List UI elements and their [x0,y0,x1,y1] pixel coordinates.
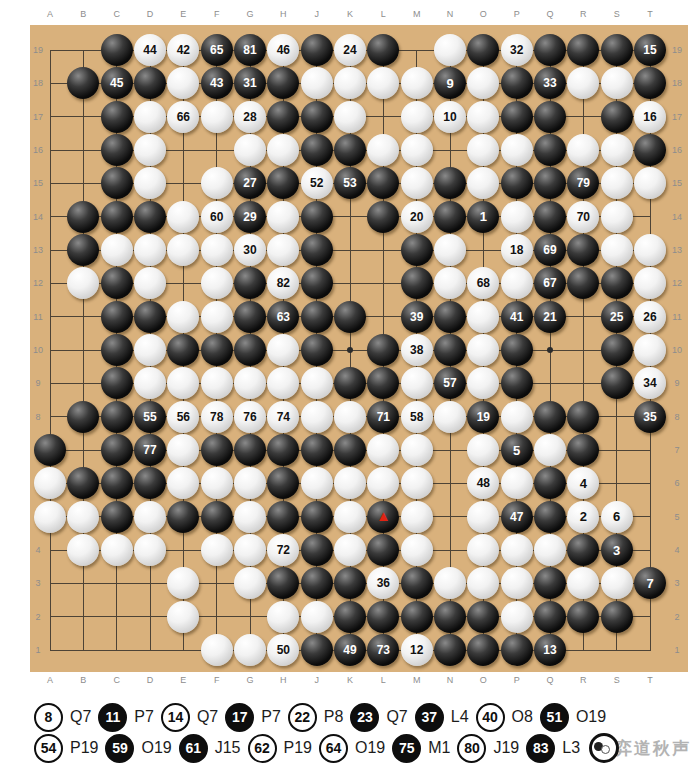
go-stone-F8[interactable]: 78 [201,401,233,433]
go-stone-M4[interactable] [401,534,433,566]
go-stone-K1[interactable]: 49 [334,634,366,666]
go-stone-R8[interactable] [567,401,599,433]
go-stone-K15[interactable]: 53 [334,167,366,199]
go-stone-O9[interactable] [467,367,499,399]
go-stone-P6[interactable] [501,467,533,499]
go-stone-G14[interactable]: 29 [234,201,266,233]
go-stone-D15[interactable] [134,167,166,199]
go-stone-H10[interactable] [267,334,299,366]
go-stone-S13[interactable] [601,234,633,266]
go-stone-R18[interactable] [567,67,599,99]
go-stone-K5[interactable] [334,501,366,533]
go-stone-C17[interactable] [101,101,133,133]
go-stone-H12[interactable]: 82 [267,267,299,299]
go-stone-T12[interactable] [634,267,666,299]
go-stone-P16[interactable] [501,134,533,166]
go-stone-H2[interactable] [267,601,299,633]
go-stone-Q18[interactable]: 33 [534,67,566,99]
go-stone-O1[interactable] [467,634,499,666]
go-stone-N15[interactable] [434,167,466,199]
go-stone-G18[interactable]: 31 [234,67,266,99]
go-stone-O3[interactable] [467,567,499,599]
go-stone-G6[interactable] [234,467,266,499]
go-stone-M14[interactable]: 20 [401,201,433,233]
go-stone-O18[interactable] [467,67,499,99]
go-stone-S19[interactable] [601,34,633,66]
go-stone-F7[interactable] [201,434,233,466]
go-stone-F4[interactable] [201,534,233,566]
go-stone-D16[interactable] [134,134,166,166]
go-stone-K17[interactable] [334,101,366,133]
go-stone-P9[interactable] [501,367,533,399]
go-stone-T17[interactable]: 16 [634,101,666,133]
go-stone-B13[interactable] [67,234,99,266]
go-stone-M9[interactable] [401,367,433,399]
go-stone-T16[interactable] [634,134,666,166]
go-stone-F14[interactable]: 60 [201,201,233,233]
go-stone-R7[interactable] [567,434,599,466]
go-stone-L16[interactable] [367,134,399,166]
go-stone-H18[interactable] [267,67,299,99]
go-stone-H1[interactable]: 50 [267,634,299,666]
go-stone-H15[interactable] [267,167,299,199]
move-number: 19 [477,411,490,423]
go-stone-L1[interactable]: 73 [367,634,399,666]
go-stone-M12[interactable] [401,267,433,299]
go-stone-T11[interactable]: 26 [634,301,666,333]
go-stone-A6[interactable] [34,467,66,499]
move-number: 35 [643,411,656,423]
go-stone-N13[interactable] [434,234,466,266]
go-stone-F15[interactable] [201,167,233,199]
go-stone-O17[interactable] [467,101,499,133]
go-stone-L15[interactable] [367,167,399,199]
go-stone-D8[interactable]: 55 [134,401,166,433]
go-stone-O4[interactable] [467,534,499,566]
go-stone-L6[interactable] [367,467,399,499]
go-stone-L10[interactable] [367,334,399,366]
go-stone-J8[interactable] [301,401,333,433]
go-stone-F5[interactable] [201,501,233,533]
go-stone-S17[interactable] [601,101,633,133]
go-stone-N10[interactable] [434,334,466,366]
go-stone-O2[interactable] [467,601,499,633]
go-stone-K8[interactable] [334,401,366,433]
go-stone-O11[interactable] [467,301,499,333]
watermark-text: 弈道秋声 [615,737,691,760]
go-stone-F13[interactable] [201,234,233,266]
go-stone-P19[interactable]: 32 [501,34,533,66]
go-stone-B14[interactable] [67,201,99,233]
go-stone-F9[interactable] [201,367,233,399]
go-stone-E2[interactable] [167,601,199,633]
go-stone-Q14[interactable] [534,201,566,233]
go-stone-H11[interactable]: 63 [267,301,299,333]
go-stone-D4[interactable] [134,534,166,566]
go-stone-K16[interactable] [334,134,366,166]
go-stone-L3[interactable]: 36 [367,567,399,599]
go-stone-K9[interactable] [334,367,366,399]
go-stone-E19[interactable]: 42 [167,34,199,66]
go-stone-L9[interactable] [367,367,399,399]
go-stone-F18[interactable]: 43 [201,67,233,99]
go-stone-J12[interactable] [301,267,333,299]
go-stone-F6[interactable] [201,467,233,499]
go-stone-N3[interactable] [434,567,466,599]
go-stone-J13[interactable] [301,234,333,266]
column-label-bottom: T [647,675,653,685]
go-stone-L14[interactable] [367,201,399,233]
go-stone-L4[interactable] [367,534,399,566]
go-stone-P3[interactable] [501,567,533,599]
go-stone-M15[interactable] [401,167,433,199]
go-stone-M1[interactable]: 12 [401,634,433,666]
go-stone-T19[interactable]: 15 [634,34,666,66]
go-stone-G9[interactable] [234,367,266,399]
go-stone-E11[interactable] [167,301,199,333]
go-stone-Q11[interactable]: 21 [534,301,566,333]
go-stone-R2[interactable] [567,601,599,633]
go-stone-M16[interactable] [401,134,433,166]
go-stone-D18[interactable] [134,67,166,99]
go-stone-C8[interactable] [101,401,133,433]
go-stone-C10[interactable] [101,334,133,366]
go-stone-L2[interactable] [367,601,399,633]
go-stone-P12[interactable] [501,267,533,299]
go-stone-R14[interactable]: 70 [567,201,599,233]
go-stone-J2[interactable] [301,601,333,633]
go-stone-O16[interactable] [467,134,499,166]
go-stone-K6[interactable] [334,467,366,499]
go-stone-N2[interactable] [434,601,466,633]
go-stone-T10[interactable] [634,334,666,366]
go-stone-Q1[interactable]: 13 [534,634,566,666]
go-stone-Q15[interactable] [534,167,566,199]
go-stone-H9[interactable] [267,367,299,399]
go-stone-D6[interactable] [134,467,166,499]
go-stone-F10[interactable] [201,334,233,366]
go-stone-S11[interactable]: 25 [601,301,633,333]
go-stone-B8[interactable] [67,401,99,433]
go-stone-K4[interactable] [334,534,366,566]
go-stone-G5[interactable] [234,501,266,533]
go-stone-G1[interactable] [234,634,266,666]
go-stone-S3[interactable] [601,567,633,599]
go-stone-R6[interactable]: 4 [567,467,599,499]
go-stone-C6[interactable] [101,467,133,499]
go-stone-E3[interactable] [167,567,199,599]
go-stone-F19[interactable]: 65 [201,34,233,66]
go-stone-Q2[interactable] [534,601,566,633]
go-stone-F1[interactable] [201,634,233,666]
go-stone-H4[interactable]: 72 [267,534,299,566]
go-stone-G19[interactable]: 81 [234,34,266,66]
go-stone-J10[interactable] [301,334,333,366]
go-stone-D13[interactable] [134,234,166,266]
go-stone-O12[interactable]: 68 [467,267,499,299]
go-stone-M8[interactable]: 58 [401,401,433,433]
go-stone-Q7[interactable] [534,434,566,466]
go-stone-E18[interactable] [167,67,199,99]
go-stone-R4[interactable] [567,534,599,566]
go-stone-P10[interactable] [501,334,533,366]
go-stone-K7[interactable] [334,434,366,466]
go-stone-B12[interactable] [67,267,99,299]
go-stone-R19[interactable] [567,34,599,66]
go-stone-S16[interactable] [601,134,633,166]
move-number: 12 [410,644,423,656]
go-stone-C15[interactable] [101,167,133,199]
go-stone-T18[interactable] [634,67,666,99]
go-stone-H7[interactable] [267,434,299,466]
go-stone-E7[interactable] [167,434,199,466]
go-stone-Q16[interactable] [534,134,566,166]
go-stone-J3[interactable] [301,567,333,599]
go-stone-Q6[interactable] [534,467,566,499]
go-stone-D11[interactable] [134,301,166,333]
go-stone-O19[interactable] [467,34,499,66]
go-stone-H5[interactable] [267,501,299,533]
go-stone-R13[interactable] [567,234,599,266]
go-stone-J16[interactable] [301,134,333,166]
go-stone-N9[interactable]: 57 [434,367,466,399]
go-stone-H6[interactable] [267,467,299,499]
go-stone-P15[interactable] [501,167,533,199]
go-stone-J6[interactable] [301,467,333,499]
go-stone-N17[interactable]: 10 [434,101,466,133]
go-stone-S12[interactable] [601,267,633,299]
go-stone-Q13[interactable]: 69 [534,234,566,266]
go-stone-O15[interactable] [467,167,499,199]
go-stone-F12[interactable] [201,267,233,299]
go-stone-Q12[interactable]: 67 [534,267,566,299]
go-stone-P5[interactable]: 47 [501,501,533,533]
go-stone-G16[interactable] [234,134,266,166]
go-stone-R15[interactable]: 79 [567,167,599,199]
go-stone-C18[interactable]: 45 [101,67,133,99]
go-stone-Q8[interactable] [534,401,566,433]
go-stone-F11[interactable] [201,301,233,333]
row-label-left: 10 [33,345,43,355]
go-stone-D19[interactable]: 44 [134,34,166,66]
go-stone-O14[interactable]: 1 [467,201,499,233]
go-stone-M7[interactable] [401,434,433,466]
go-stone-N12[interactable] [434,267,466,299]
go-stone-C12[interactable] [101,267,133,299]
go-stone-H8[interactable]: 74 [267,401,299,433]
go-stone-P18[interactable] [501,67,533,99]
go-stone-H3[interactable] [267,567,299,599]
column-label-top: G [246,9,253,19]
go-stone-C5[interactable] [101,501,133,533]
go-stone-S9[interactable] [601,367,633,399]
go-stone-T15[interactable] [634,167,666,199]
go-stone-D12[interactable] [134,267,166,299]
go-stone-T9[interactable]: 34 [634,367,666,399]
go-stone-S18[interactable] [601,67,633,99]
go-stone-H16[interactable] [267,134,299,166]
go-stone-P4[interactable] [501,534,533,566]
go-stone-K19[interactable]: 24 [334,34,366,66]
go-stone-D9[interactable] [134,367,166,399]
go-stone-R12[interactable] [567,267,599,299]
go-stone-E10[interactable] [167,334,199,366]
go-stone-G15[interactable]: 27 [234,167,266,199]
go-stone-O6[interactable]: 48 [467,467,499,499]
go-stone-C19[interactable] [101,34,133,66]
go-stone-C14[interactable] [101,201,133,233]
go-stone-G11[interactable] [234,301,266,333]
caption-move-coordinate: P7 [134,708,154,726]
go-stone-H19[interactable]: 46 [267,34,299,66]
go-stone-S5[interactable]: 6 [601,501,633,533]
go-stone-L7[interactable] [367,434,399,466]
go-stone-L18[interactable] [367,67,399,99]
go-stone-Q5[interactable] [534,501,566,533]
go-stone-T3[interactable]: 7 [634,567,666,599]
go-stone-J18[interactable] [301,67,333,99]
go-stone-G10[interactable] [234,334,266,366]
go-stone-O7[interactable] [467,434,499,466]
go-stone-E8[interactable]: 56 [167,401,199,433]
go-stone-M10[interactable]: 38 [401,334,433,366]
go-stone-B18[interactable] [67,67,99,99]
go-stone-C4[interactable] [101,534,133,566]
go-stone-P8[interactable] [501,401,533,433]
go-stone-E17[interactable]: 66 [167,101,199,133]
go-stone-R5[interactable]: 2 [567,501,599,533]
go-stone-P13[interactable]: 18 [501,234,533,266]
go-stone-G7[interactable] [234,434,266,466]
go-stone-Q4[interactable] [534,534,566,566]
go-stone-C11[interactable] [101,301,133,333]
go-stone-D5[interactable] [134,501,166,533]
go-stone-G8[interactable]: 76 [234,401,266,433]
go-stone-J4[interactable] [301,534,333,566]
go-stone-G4[interactable] [234,534,266,566]
go-stone-N19[interactable] [434,34,466,66]
go-stone-R16[interactable] [567,134,599,166]
go-stone-A5[interactable] [34,501,66,533]
go-stone-D7[interactable]: 77 [134,434,166,466]
go-stone-F17[interactable] [201,101,233,133]
go-stone-G3[interactable] [234,567,266,599]
go-stone-E13[interactable] [167,234,199,266]
go-stone-J17[interactable] [301,101,333,133]
go-stone-P2[interactable] [501,601,533,633]
go-stone-J15[interactable]: 52 [301,167,333,199]
go-stone-N11[interactable] [434,301,466,333]
go-stone-S4[interactable]: 3 [601,534,633,566]
go-stone-Q17[interactable] [534,101,566,133]
go-stone-G17[interactable]: 28 [234,101,266,133]
go-stone-C7[interactable] [101,434,133,466]
go-stone-E14[interactable] [167,201,199,233]
go-stone-N18[interactable]: 9 [434,67,466,99]
go-stone-R3[interactable] [567,567,599,599]
go-stone-K11[interactable] [334,301,366,333]
go-stone-K18[interactable] [334,67,366,99]
go-stone-B5[interactable] [67,501,99,533]
move-number: 2 [580,510,587,523]
go-stone-C16[interactable] [101,134,133,166]
go-stone-K2[interactable] [334,601,366,633]
go-stone-M6[interactable] [401,467,433,499]
go-stone-S14[interactable] [601,201,633,233]
go-stone-T13[interactable] [634,234,666,266]
go-stone-O8[interactable]: 19 [467,401,499,433]
caption-move-number: 54 [34,734,63,763]
go-stone-M17[interactable] [401,101,433,133]
go-stone-J11[interactable] [301,301,333,333]
go-stone-L8[interactable]: 71 [367,401,399,433]
go-stone-B6[interactable] [67,467,99,499]
go-stone-N8[interactable] [434,401,466,433]
go-stone-P11[interactable]: 41 [501,301,533,333]
go-stone-M2[interactable] [401,601,433,633]
go-stone-J1[interactable] [301,634,333,666]
go-stone-M5[interactable] [401,501,433,533]
go-stone-E9[interactable] [167,367,199,399]
go-stone-G13[interactable]: 30 [234,234,266,266]
go-stone-H14[interactable] [267,201,299,233]
go-stone-P1[interactable] [501,634,533,666]
go-stone-Q19[interactable] [534,34,566,66]
go-stone-T8[interactable]: 35 [634,401,666,433]
go-stone-S15[interactable] [601,167,633,199]
go-stone-M3[interactable] [401,567,433,599]
go-stone-Q3[interactable] [534,567,566,599]
go-stone-D14[interactable] [134,201,166,233]
go-stone-J14[interactable] [301,201,333,233]
go-stone-M13[interactable] [401,234,433,266]
go-stone-A7[interactable] [34,434,66,466]
go-stone-P7[interactable]: 5 [501,434,533,466]
go-stone-H17[interactable] [267,101,299,133]
go-stone-N14[interactable] [434,201,466,233]
go-stone-K3[interactable] [334,567,366,599]
go-stone-L19[interactable] [367,34,399,66]
caption-move: 17P7 [225,703,281,732]
go-stone-P17[interactable] [501,101,533,133]
go-stone-H13[interactable] [267,234,299,266]
go-stone-D10[interactable] [134,334,166,366]
go-stone-O5[interactable] [467,501,499,533]
go-stone-J7[interactable] [301,434,333,466]
move-number: 16 [643,111,656,123]
move-number: 5 [513,444,520,457]
go-stone-O10[interactable] [467,334,499,366]
go-stone-J9[interactable] [301,367,333,399]
column-label-bottom: L [381,675,386,685]
go-stone-P14[interactable] [501,201,533,233]
go-stone-D17[interactable] [134,101,166,133]
go-stone-S2[interactable] [601,601,633,633]
go-stone-S10[interactable] [601,334,633,366]
go-stone-C9[interactable] [101,367,133,399]
go-stone-N1[interactable] [434,634,466,666]
go-stone-E6[interactable] [167,467,199,499]
go-stone-E5[interactable] [167,501,199,533]
go-stone-M11[interactable]: 39 [401,301,433,333]
go-stone-J19[interactable] [301,34,333,66]
go-stone-M18[interactable] [401,67,433,99]
go-stone-C13[interactable] [101,234,133,266]
go-stone-B4[interactable] [67,534,99,566]
go-stone-J5[interactable] [301,501,333,533]
go-stone-G12[interactable] [234,267,266,299]
go-stone-L5[interactable]: ▲ [367,501,399,533]
